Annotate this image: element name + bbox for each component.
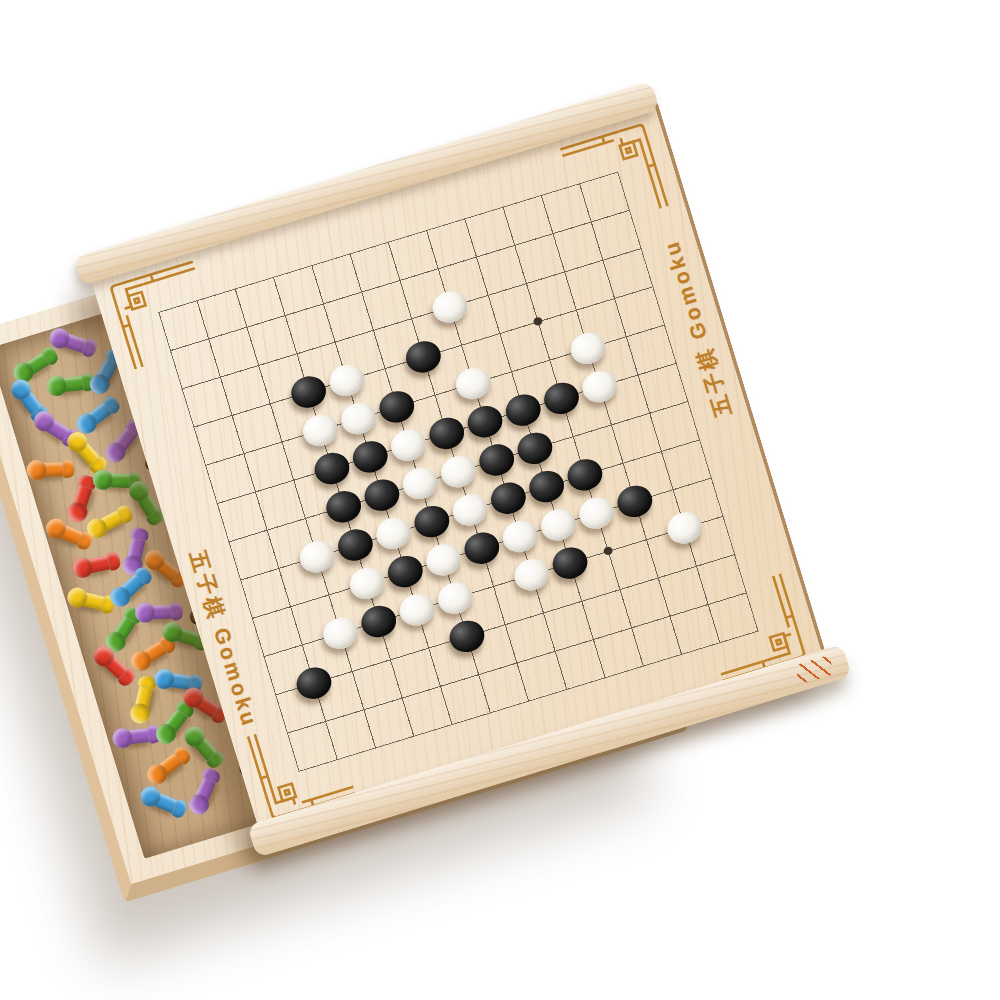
- white-stone[interactable]: [396, 590, 439, 630]
- black-stone[interactable]: [411, 502, 454, 542]
- orange-peg[interactable]: [57, 524, 86, 547]
- white-stone[interactable]: [434, 578, 477, 618]
- white-stone[interactable]: [422, 540, 465, 580]
- product-photo: 五子棋 Gomoku 五子棋 Gomoku: [0, 0, 1000, 1000]
- black-stone[interactable]: [293, 663, 336, 703]
- yellow-peg[interactable]: [80, 592, 108, 611]
- black-stone[interactable]: [614, 481, 657, 521]
- white-stone[interactable]: [510, 555, 553, 595]
- red-peg[interactable]: [72, 482, 93, 511]
- yellow-peg[interactable]: [75, 440, 103, 469]
- yellow-peg[interactable]: [134, 683, 153, 711]
- green-peg[interactable]: [112, 613, 138, 642]
- green-peg[interactable]: [192, 735, 220, 764]
- black-stone[interactable]: [446, 616, 489, 656]
- white-stone[interactable]: [537, 505, 580, 545]
- black-stone[interactable]: [502, 390, 545, 430]
- white-stone[interactable]: [299, 410, 342, 450]
- black-stone[interactable]: [464, 402, 507, 442]
- white-stone[interactable]: [319, 613, 362, 653]
- white-stone[interactable]: [429, 287, 472, 327]
- black-stone[interactable]: [475, 440, 518, 480]
- white-stone[interactable]: [567, 328, 610, 368]
- black-stone[interactable]: [384, 552, 427, 592]
- white-stone[interactable]: [372, 513, 415, 553]
- black-stone[interactable]: [361, 475, 404, 515]
- blue-peg[interactable]: [151, 792, 180, 815]
- blue-peg[interactable]: [86, 400, 115, 427]
- black-stone[interactable]: [540, 378, 583, 418]
- star-point: [603, 546, 614, 556]
- purple-peg[interactable]: [126, 728, 154, 745]
- black-stone[interactable]: [349, 437, 392, 477]
- white-stone[interactable]: [578, 367, 621, 407]
- black-stone[interactable]: [564, 455, 607, 495]
- white-stone[interactable]: [575, 493, 618, 533]
- white-stone[interactable]: [387, 425, 430, 465]
- purple-peg[interactable]: [112, 424, 139, 453]
- red-peg[interactable]: [85, 555, 113, 574]
- rail-stripe-decor-icon: [794, 655, 834, 685]
- black-stone[interactable]: [514, 428, 557, 468]
- black-stone[interactable]: [357, 602, 400, 642]
- orange-peg[interactable]: [156, 751, 185, 778]
- white-stone[interactable]: [437, 452, 480, 492]
- orange-peg[interactable]: [40, 462, 66, 477]
- white-stone[interactable]: [346, 563, 389, 603]
- purple-peg[interactable]: [61, 333, 90, 354]
- white-stone[interactable]: [499, 517, 542, 557]
- purple-peg[interactable]: [194, 774, 217, 803]
- white-stone[interactable]: [337, 399, 380, 439]
- blue-peg[interactable]: [119, 571, 148, 599]
- green-peg[interactable]: [60, 375, 88, 392]
- white-stone[interactable]: [449, 490, 492, 530]
- black-stone[interactable]: [549, 543, 592, 583]
- black-stone[interactable]: [402, 337, 445, 377]
- green-peg[interactable]: [23, 351, 52, 377]
- black-stone[interactable]: [461, 528, 504, 568]
- black-stone[interactable]: [525, 467, 568, 507]
- black-stone[interactable]: [322, 487, 365, 527]
- yellow-peg[interactable]: [97, 508, 127, 532]
- star-point: [532, 316, 543, 326]
- black-stone[interactable]: [334, 525, 377, 565]
- white-stone[interactable]: [664, 508, 707, 548]
- purple-peg[interactable]: [149, 605, 175, 620]
- black-stone[interactable]: [376, 387, 419, 427]
- orange-peg[interactable]: [141, 639, 170, 665]
- black-stone[interactable]: [425, 414, 468, 454]
- black-stone[interactable]: [311, 449, 354, 489]
- white-stone[interactable]: [399, 463, 442, 503]
- white-stone[interactable]: [326, 360, 369, 400]
- black-stone[interactable]: [487, 478, 530, 518]
- white-stone[interactable]: [296, 537, 339, 577]
- red-peg[interactable]: [102, 654, 131, 682]
- white-stone[interactable]: [452, 364, 495, 404]
- black-stone[interactable]: [287, 372, 330, 412]
- purple-peg[interactable]: [127, 534, 146, 562]
- gomoku-box-scene: 五子棋 Gomoku 五子棋 Gomoku: [0, 57, 919, 999]
